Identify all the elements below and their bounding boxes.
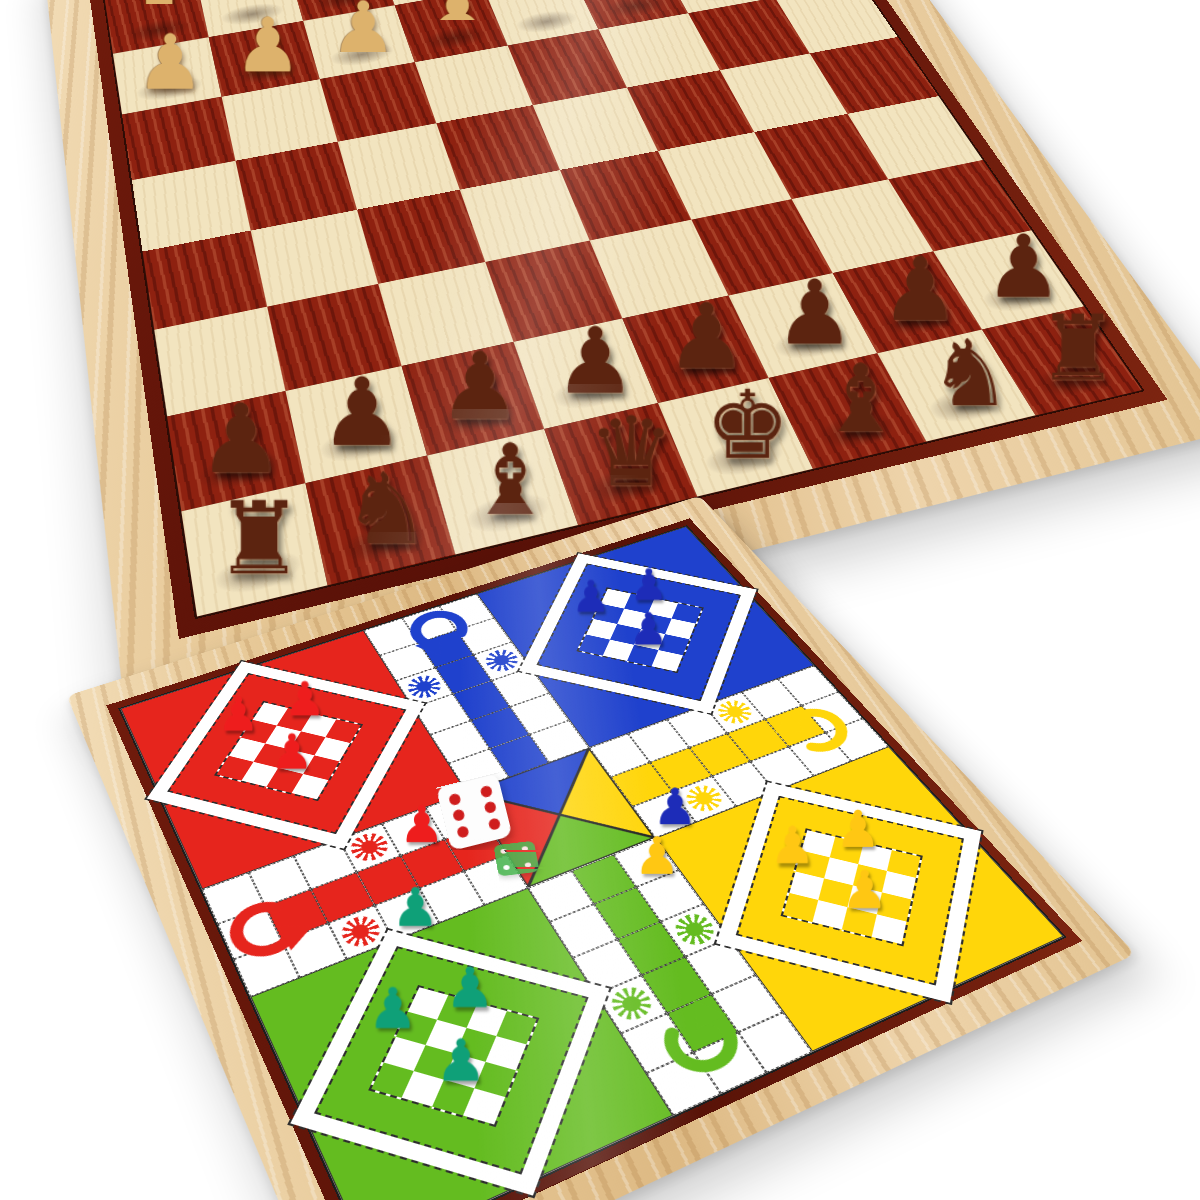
chess-piece-black-knight[interactable]: ♞ [342,460,431,559]
die-pip [525,862,532,867]
ludo-pawn-glyph-green: ♟ [444,961,494,1017]
ludo-pawn-glyph-green: ♟ [368,980,419,1036]
die-pip [483,801,497,815]
chess-piece-black-pawn[interactable]: ♟ [438,341,521,434]
ludo-pawn-glyph-red: ♟ [217,690,260,738]
ludo-pawn-glyph-green: ♟ [392,881,440,934]
die-pip [522,846,529,851]
die-pip [454,771,463,780]
chess-square[interactable] [122,96,236,180]
die-pip [501,848,508,853]
chess-square[interactable]: ♟ [395,0,508,62]
chess-piece-black-rook[interactable]: ♜ [214,489,304,590]
die-pip [478,765,487,774]
die-pip [514,863,521,868]
die-pip [456,825,470,839]
ludo-pawn-glyph-red: ♟ [270,727,314,776]
chess-piece-black-bishop[interactable]: ♝ [467,432,555,530]
ludo-pawn-glyph-blue: ♟ [630,563,669,607]
chess-piece-black-bishop[interactable]: ♝ [819,353,903,447]
die-pip [448,792,462,806]
die-pip [467,805,481,819]
die-pip [513,855,520,860]
chess-piece-black-pawn[interactable]: ♟ [666,292,747,382]
ludo-pawn-glyph-yellow: ♟ [769,820,815,872]
ludo-pawn-glyph-yellow: ♟ [634,830,680,882]
chess-square[interactable]: ♜ [181,483,328,617]
ludo-pawn-glyph-red: ♟ [399,799,445,850]
ludo-pawn-glyph-red: ♟ [283,676,325,723]
ludo-pawn-glyph-blue: ♟ [628,607,668,652]
chess-piece-black-pawn[interactable]: ♟ [320,366,404,460]
chess-piece-black-pawn[interactable]: ♟ [554,316,636,408]
die-pip [472,821,486,835]
die-pip [466,768,475,777]
ludo-pawn-glyph-yellow: ♟ [835,804,881,855]
die-pip [502,856,509,861]
die-pip [511,847,518,852]
die-pip [503,865,510,870]
chess-piece-white-pawn[interactable]: ♟ [424,0,490,50]
die-pip [487,817,501,831]
chess-piece-white-pawn[interactable]: ♟ [136,25,204,101]
chess-piece-white-pawn[interactable]: ♟ [234,8,301,83]
chess-piece-black-rook[interactable]: ♜ [1037,304,1118,395]
die-pip [452,809,466,823]
chess-piece-black-queen[interactable]: ♛ [588,405,674,501]
die-pip [479,784,493,798]
die-pip [463,788,477,802]
ludo-pawn-glyph-blue: ♟ [571,575,610,619]
chess-square[interactable]: ♞ [306,455,455,585]
product-photo-scene: ♜♞♝♛♚♝♞♜♟♟♟♟♟♟♟♟♟♟♟♟♟♟♟♟♜♞♝♛♚♝♞♜ ♟♟♟♟♟♟♟… [0,0,1200,1200]
chess-piece-black-pawn[interactable]: ♟ [198,392,284,488]
ludo-pawn-glyph-green: ♟ [435,1033,487,1091]
white-die-front-face [444,781,504,842]
chess-piece-white-pawn[interactable]: ♟ [330,0,397,66]
chess-piece-black-knight[interactable]: ♞ [930,328,1013,420]
green-die[interactable] [493,840,539,875]
die-pip [523,854,530,859]
chess-piece-black-king[interactable]: ♚ [705,379,790,474]
ludo-pawn-glyph-yellow: ♟ [841,864,888,917]
